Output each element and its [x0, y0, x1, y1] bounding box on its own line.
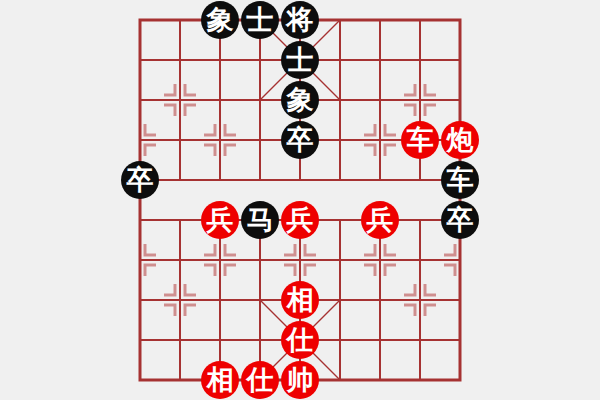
piece-black-advisor[interactable]: 士 [241, 1, 279, 39]
piece-black-soldier[interactable]: 卒 [281, 121, 319, 159]
piece-black-general[interactable]: 将 [281, 1, 319, 39]
piece-black-horse[interactable]: 马 [241, 201, 279, 239]
piece-red-advisor[interactable]: 仕 [281, 321, 319, 359]
piece-black-advisor[interactable]: 士 [281, 41, 319, 79]
piece-red-elephant[interactable]: 相 [281, 281, 319, 319]
piece-black-chariot[interactable]: 车 [441, 161, 479, 199]
piece-red-advisor[interactable]: 仕 [241, 361, 279, 399]
piece-black-soldier[interactable]: 卒 [441, 201, 479, 239]
piece-red-general[interactable]: 帅 [281, 361, 319, 399]
piece-red-soldier[interactable]: 兵 [201, 201, 239, 239]
piece-red-elephant[interactable]: 相 [201, 361, 239, 399]
xiangqi-app: 象士将士象卒车炮卒车兵马兵兵卒相仕相仕帅 [0, 0, 600, 400]
piece-black-elephant[interactable]: 象 [281, 81, 319, 119]
piece-black-soldier[interactable]: 卒 [121, 161, 159, 199]
piece-black-elephant[interactable]: 象 [201, 1, 239, 39]
piece-red-soldier[interactable]: 兵 [361, 201, 399, 239]
piece-red-chariot[interactable]: 车 [401, 121, 439, 159]
piece-red-soldier[interactable]: 兵 [281, 201, 319, 239]
piece-red-cannon[interactable]: 炮 [441, 121, 479, 159]
